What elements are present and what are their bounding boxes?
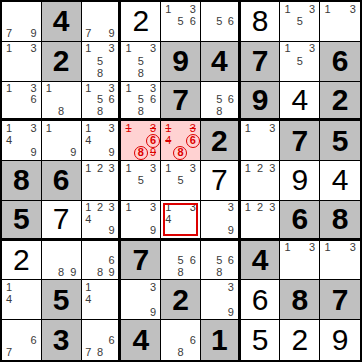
candidate-6: 6 <box>228 255 234 266</box>
pencil-slot-5: 5 <box>135 174 147 186</box>
pencil-slot-6: 6 <box>106 334 118 347</box>
candidate-5: 5 <box>177 255 183 266</box>
pencil-slot-3: 3 <box>147 162 159 174</box>
cell-r6c4[interactable]: 139 <box>121 201 161 241</box>
pencil-slot-7 <box>43 106 55 118</box>
candidate-1: 1 <box>324 242 330 253</box>
candidate-2: 2 <box>97 202 103 213</box>
pencil-slot-3 <box>106 242 118 254</box>
pencil-slot-1 <box>43 242 55 254</box>
pencil-slot-2 <box>15 122 27 134</box>
candidate-4: 4 <box>6 294 12 305</box>
pencil-slot-7 <box>242 147 254 159</box>
pencil-slot-2 <box>94 122 106 134</box>
cell-r2c6[interactable]: 4 <box>201 42 241 82</box>
pencil-slot-7 <box>321 266 334 278</box>
pencil-slot-8 <box>174 187 186 199</box>
cell-r4c9[interactable]: 5 <box>320 121 360 161</box>
pencil-slot-8 <box>294 266 306 278</box>
pencil-slot-9 <box>28 67 40 79</box>
pencil-slot-6 <box>28 135 40 147</box>
cell-r5c1[interactable]: 8 <box>2 161 42 201</box>
pencil-slot-4 <box>202 294 214 306</box>
pencil-slot-9 <box>187 28 199 40</box>
cell-r7c2[interactable]: 89 <box>42 241 82 281</box>
candidate-9: 9 <box>108 267 114 278</box>
candidate-8: 8 <box>177 267 183 278</box>
candidate-9: 9 <box>31 28 37 39</box>
pencil-slot-8: 8 <box>174 147 186 159</box>
cell-r1c3[interactable]: 79 <box>82 2 122 42</box>
cell-r7c7[interactable]: 4 <box>241 241 281 281</box>
pencil-slot-9 <box>225 106 237 118</box>
pencil-slot-3: 3 <box>106 83 118 95</box>
cell-r6c9[interactable]: 8 <box>320 201 360 241</box>
cell-r7c5[interactable]: 568 <box>161 241 201 281</box>
candidate-3: 3 <box>150 282 156 293</box>
pencil-slot-1 <box>83 3 95 15</box>
candidate-3: 3 <box>269 163 275 174</box>
pencil-slot-1: 1 <box>321 3 334 15</box>
candidate-5: 5 <box>216 94 222 105</box>
pencil-slot-4 <box>162 254 174 266</box>
pencil-slot-2 <box>174 242 186 254</box>
cell-r1c6[interactable]: 56 <box>201 2 241 42</box>
cell-r9c4[interactable]: 4 <box>121 320 161 360</box>
pencil-slot-7 <box>3 67 15 79</box>
pencil-slot-9 <box>28 106 40 118</box>
candidate-8: 8 <box>97 347 103 358</box>
pencil-marks: 18 <box>43 83 80 118</box>
candidate-1: 1 <box>46 123 52 134</box>
pencil-slot-8 <box>135 306 147 318</box>
candidate-8: 8 <box>138 68 144 79</box>
pencil-marks: 13 <box>321 3 359 40</box>
pencil-slot-9 <box>28 346 40 359</box>
candidate-3: 3 <box>269 202 275 213</box>
pencil-slot-8 <box>55 147 67 159</box>
pencil-slot-1: 1 <box>83 202 95 214</box>
pencil-slot-1 <box>3 321 15 334</box>
pencil-slot-7 <box>3 106 15 118</box>
pencil-slot-7 <box>43 147 55 159</box>
pencil-marks: 13 <box>281 242 318 279</box>
pencil-slot-9: 9 <box>28 28 40 40</box>
pencil-slot-5: 5 <box>213 94 225 106</box>
pencil-slot-8 <box>334 28 347 40</box>
pencil-slot-5: 5 <box>174 174 186 186</box>
pencil-slot-6 <box>106 135 118 147</box>
pencil-slot-4 <box>202 213 214 225</box>
pencil-slot-8 <box>15 67 27 79</box>
pencil-slot-5 <box>94 334 106 347</box>
pencil-slot-4: 4 <box>83 135 95 147</box>
pencil-slot-9: 9 <box>106 28 118 40</box>
given-digit: 7 <box>291 126 308 156</box>
given-digit: 4 <box>252 245 269 275</box>
pencil-slot-1: 1 <box>3 43 15 55</box>
cell-r4c3[interactable]: 1349 <box>82 121 122 161</box>
pencil-slot-1: 1 <box>242 122 254 134</box>
cell-r3c4[interactable]: 13568 <box>121 82 161 122</box>
candidate-1: 1 <box>85 282 91 293</box>
pencil-slot-6 <box>346 254 359 266</box>
pencil-slot-7 <box>281 266 293 278</box>
cell-r4c2[interactable]: 19 <box>42 121 82 161</box>
cell-r9c8[interactable]: 2 <box>280 320 320 360</box>
cell-r4c8[interactable]: 7 <box>280 121 320 161</box>
pencil-marks: 689 <box>83 242 118 279</box>
cell-r9c3[interactable]: 678 <box>82 320 122 360</box>
pencil-slot-1 <box>202 3 214 15</box>
cell-r1c1[interactable]: 79 <box>2 2 42 42</box>
cell-r9c9[interactable]: 9 <box>320 320 360 360</box>
pencil-slot-2 <box>213 3 225 15</box>
cell-r8c2[interactable]: 5 <box>42 280 82 320</box>
pencil-marks: 39 <box>202 281 237 318</box>
candidate-1: 1 <box>165 4 171 15</box>
pencil-slot-3 <box>28 281 40 293</box>
pencil-slot-6 <box>266 174 278 186</box>
candidate-9: 9 <box>228 307 234 318</box>
cell-r5c9[interactable]: 4 <box>320 161 360 201</box>
cell-r4c1[interactable]: 1349 <box>2 121 42 161</box>
cell-r3c2[interactable]: 18 <box>42 82 82 122</box>
cell-r8c4[interactable]: 39 <box>121 280 161 320</box>
solved-digit: 2 <box>132 6 149 36</box>
cell-r1c4[interactable]: 2 <box>121 2 161 42</box>
pencil-slot-8 <box>94 187 106 199</box>
cell-r3c5[interactable]: 7 <box>161 82 201 122</box>
pencil-slot-9: 9 <box>147 306 159 318</box>
pencil-slot-9 <box>67 106 79 118</box>
cell-r3c3[interactable]: 13568 <box>82 82 122 122</box>
candidate-9: 9 <box>150 307 156 318</box>
pencil-slot-1: 1 <box>83 83 95 95</box>
cell-r2c3[interactable]: 1358 <box>82 42 122 82</box>
pencil-slot-4 <box>321 254 334 266</box>
cell-r2c2[interactable]: 2 <box>42 42 82 82</box>
cell-r6c2[interactable]: 7 <box>42 201 82 241</box>
cell-r5c4[interactable]: 135 <box>121 161 161 201</box>
pencil-slot-1: 1 <box>83 281 95 293</box>
pencil-slot-5 <box>94 174 106 186</box>
pencil-marks: 568 <box>202 83 237 118</box>
pencil-marks: 139 <box>122 202 159 237</box>
pencil-slot-1: 1 <box>83 43 95 55</box>
pencil-slot-8: 8 <box>94 346 106 359</box>
pencil-slot-9 <box>266 225 278 237</box>
cell-r4c6[interactable]: 2 <box>201 121 241 161</box>
cell-r2c9[interactable]: 6 <box>320 42 360 82</box>
pencil-slot-2 <box>135 162 147 174</box>
pencil-marks: 135 <box>122 162 159 199</box>
candidate-4: 4 <box>165 135 171 146</box>
cell-r3c1[interactable]: 136 <box>2 82 42 122</box>
pencil-slot-8 <box>294 28 306 40</box>
pencil-slot-1 <box>162 242 174 254</box>
candidate-9: 9 <box>228 225 234 236</box>
pencil-slot-9 <box>106 67 118 79</box>
pencil-slot-3 <box>225 3 237 15</box>
cell-r6c1[interactable]: 5 <box>2 201 42 241</box>
pencil-slot-4 <box>43 94 55 106</box>
pencil-slot-4 <box>83 334 95 347</box>
pencil-slot-3 <box>28 3 40 15</box>
cell-r2c1[interactable]: 13 <box>2 42 42 82</box>
candidate-9: 9 <box>70 267 76 278</box>
given-digit: 1 <box>211 325 228 355</box>
given-digit: 2 <box>53 46 70 76</box>
pencil-slot-9: 9 <box>67 266 79 278</box>
cell-r2c7[interactable]: 7 <box>241 42 281 82</box>
cell-r8c3[interactable]: 14 <box>82 280 122 320</box>
cell-r9c5[interactable]: 68 <box>161 320 201 360</box>
pencil-slot-6 <box>67 94 79 106</box>
cell-r8c5[interactable]: 2 <box>161 280 201 320</box>
candidate-5: 5 <box>97 56 103 67</box>
cell-r9c2[interactable]: 3 <box>42 320 82 360</box>
cell-r1c9[interactable]: 13 <box>320 2 360 42</box>
given-digit: 4 <box>132 325 149 355</box>
pencil-slot-1: 1 <box>122 122 134 134</box>
pencil-slot-3: 3 <box>28 83 40 95</box>
candidate-6: 6 <box>228 16 234 27</box>
pencil-slot-5 <box>55 94 67 106</box>
pencil-slot-5: 5 <box>294 55 306 67</box>
pencil-slot-2 <box>135 83 147 95</box>
pencil-slot-9: 9 <box>147 225 159 237</box>
cell-r5c6[interactable]: 7 <box>201 161 241 201</box>
cell-r6c8[interactable]: 6 <box>280 201 320 241</box>
pencil-slot-2: 2 <box>254 202 266 214</box>
cell-r1c2[interactable]: 4 <box>42 2 82 42</box>
pencil-slot-8 <box>174 225 186 237</box>
candidate-1: 1 <box>125 123 131 134</box>
pencil-slot-4 <box>83 254 95 266</box>
pencil-slot-9: 9 <box>28 147 40 159</box>
cell-r6c3[interactable]: 12349 <box>82 201 122 241</box>
candidate-6: 6 <box>190 16 196 27</box>
cell-r8c1[interactable]: 14 <box>2 280 42 320</box>
pencil-slot-7 <box>202 106 214 118</box>
candidate-1: 1 <box>285 43 291 54</box>
pencil-slot-2 <box>213 202 225 214</box>
cell-r3c9[interactable]: 2 <box>320 82 360 122</box>
pencil-slot-4: 4 <box>162 135 174 147</box>
pencil-slot-9 <box>106 187 118 199</box>
pencil-slot-2 <box>55 83 67 95</box>
pencil-slot-7 <box>83 306 95 318</box>
pencil-slot-2 <box>213 83 225 95</box>
pencil-slot-4 <box>83 55 95 67</box>
pencil-slot-9 <box>187 187 199 199</box>
candidate-5: 5 <box>138 175 144 186</box>
pencil-slot-5 <box>94 294 106 306</box>
given-digit: 6 <box>291 204 308 234</box>
pencil-marks: 14 <box>3 281 40 318</box>
cell-r7c4[interactable]: 7 <box>121 241 161 281</box>
pencil-slot-3: 3 <box>306 242 318 254</box>
pencil-marks: 14 <box>83 281 118 318</box>
cell-r9c1[interactable]: 67 <box>2 320 42 360</box>
cell-r3c8[interactable]: 4 <box>280 82 320 122</box>
candidate-4: 4 <box>85 135 91 146</box>
candidate-3: 3 <box>228 282 234 293</box>
pencil-slot-6 <box>28 15 40 27</box>
pencil-slot-2 <box>294 242 306 254</box>
pencil-slot-5: 5 <box>135 55 147 67</box>
cell-r7c3[interactable]: 689 <box>82 241 122 281</box>
candidate-1: 1 <box>125 202 131 213</box>
pencil-slot-6 <box>67 135 79 147</box>
pencil-slot-9 <box>106 306 118 318</box>
pencil-marks: 89 <box>43 242 80 279</box>
cell-r7c6[interactable]: 568 <box>201 241 241 281</box>
cell-r9c7[interactable]: 5 <box>241 320 281 360</box>
pencil-slot-2 <box>15 3 27 15</box>
cell-r5c2[interactable]: 6 <box>42 161 82 201</box>
cell-r5c3[interactable]: 123 <box>82 161 122 201</box>
pencil-slot-6: 6 <box>225 94 237 106</box>
cell-r8c7[interactable]: 6 <box>241 280 281 320</box>
pencil-marks: 68 <box>162 321 199 359</box>
cell-r1c5[interactable]: 1356 <box>161 2 201 42</box>
cell-r2c4[interactable]: 1358 <box>121 42 161 82</box>
cell-r6c6[interactable]: 39 <box>201 201 241 241</box>
pencil-slot-6: 6 <box>187 15 199 27</box>
candidate-5: 5 <box>177 175 183 186</box>
pencil-slot-5 <box>135 294 147 306</box>
pencil-slot-8: 8 <box>55 266 67 278</box>
candidate-5: 5 <box>297 16 303 27</box>
pencil-slot-7 <box>122 306 134 318</box>
pencil-slot-4 <box>321 15 334 27</box>
pencil-marks: 13 <box>242 122 279 159</box>
candidate-1: 1 <box>85 83 91 94</box>
given-digit: 7 <box>252 46 269 76</box>
pencil-slot-2: 2 <box>254 162 266 174</box>
cell-r9c6[interactable]: 1 <box>201 320 241 360</box>
pencil-slot-2 <box>94 321 106 334</box>
pencil-marks: 79 <box>3 3 40 40</box>
pencil-slot-8: 8 <box>135 67 147 79</box>
pencil-slot-8 <box>254 225 266 237</box>
cell-r2c5[interactable]: 9 <box>161 42 201 82</box>
pencil-slot-3: 3 <box>147 83 159 95</box>
candidate-8: 8 <box>58 106 64 117</box>
cell-r8c9[interactable]: 7 <box>320 280 360 320</box>
pencil-slot-4 <box>242 213 254 225</box>
cell-r8c8[interactable]: 8 <box>280 280 320 320</box>
pencil-slot-5 <box>55 135 67 147</box>
cell-r7c8[interactable]: 13 <box>280 241 320 281</box>
pencil-slot-2 <box>294 43 306 55</box>
candidate-1: 1 <box>6 123 12 134</box>
pencil-slot-8 <box>294 67 306 79</box>
cell-r5c5[interactable]: 135 <box>161 161 201 201</box>
cell-r2c8[interactable]: 135 <box>280 42 320 82</box>
pencil-slot-5 <box>15 55 27 67</box>
candidate-9: 9 <box>150 225 156 236</box>
cell-r4c7[interactable]: 13 <box>241 121 281 161</box>
pencil-slot-5: 5 <box>135 94 147 106</box>
cell-r3c6[interactable]: 568 <box>201 82 241 122</box>
cell-r5c8[interactable]: 9 <box>280 161 320 201</box>
cell-r4c5[interactable]: 13468 <box>161 121 201 161</box>
pencil-slot-5 <box>254 213 266 225</box>
pencil-slot-9: 9 <box>106 225 118 237</box>
pencil-slot-7 <box>3 147 15 159</box>
pencil-marks: 1349 <box>3 122 40 159</box>
pencil-slot-1: 1 <box>83 122 95 134</box>
pencil-slot-1 <box>83 242 95 254</box>
pencil-slot-9: 9 <box>67 147 79 159</box>
pencil-slot-7 <box>83 266 95 278</box>
pencil-slot-5: 5 <box>174 15 186 27</box>
candidate-3: 3 <box>150 83 156 94</box>
candidate-1: 1 <box>165 202 171 213</box>
candidate-3: 3 <box>108 43 114 54</box>
pencil-slot-9 <box>147 67 159 79</box>
pencil-slot-7 <box>122 225 134 237</box>
pencil-slot-3: 3 <box>266 122 278 134</box>
pencil-slot-3 <box>67 242 79 254</box>
candidate-6: 6 <box>190 255 196 266</box>
cell-r4c4[interactable]: 13689 <box>121 121 161 161</box>
pencil-slot-8 <box>94 225 106 237</box>
cell-r8c6[interactable]: 39 <box>201 280 241 320</box>
candidate-4: 4 <box>6 135 12 146</box>
pencil-slot-4 <box>242 174 254 186</box>
pencil-slot-5 <box>254 174 266 186</box>
cell-r7c9[interactable]: 13 <box>320 241 360 281</box>
pencil-slot-1: 1 <box>83 162 95 174</box>
pencil-slot-2 <box>174 202 186 214</box>
pencil-slot-6 <box>67 254 79 266</box>
pencil-slot-4: 4 <box>83 294 95 306</box>
cell-r1c8[interactable]: 135 <box>280 2 320 42</box>
pencil-slot-4 <box>202 15 214 27</box>
pencil-marks: 19 <box>43 122 80 159</box>
candidate-5: 5 <box>138 56 144 67</box>
pencil-slot-9 <box>225 266 237 278</box>
pencil-slot-3 <box>225 242 237 254</box>
pencil-slot-6 <box>106 174 118 186</box>
cell-r3c7[interactable]: 9 <box>241 82 281 122</box>
pencil-slot-8 <box>94 306 106 318</box>
candidate-1: 1 <box>285 4 291 15</box>
pencil-slot-9: 9 <box>106 266 118 278</box>
pencil-marks: 678 <box>83 321 118 359</box>
cell-r6c5[interactable]: 134 <box>161 201 201 241</box>
pencil-marks: 12349 <box>83 202 118 237</box>
pencil-slot-2 <box>334 3 347 15</box>
pencil-slot-6 <box>306 55 318 67</box>
pencil-slot-1: 1 <box>281 3 293 15</box>
pencil-slot-1: 1 <box>281 242 293 254</box>
cell-r5c7[interactable]: 123 <box>241 161 281 201</box>
pencil-slot-3: 3 <box>225 281 237 293</box>
given-digit: 5 <box>13 204 30 234</box>
cell-r7c1[interactable]: 2 <box>2 241 42 281</box>
pencil-marks: 568 <box>202 242 237 279</box>
pencil-marks: 13 <box>3 43 40 80</box>
pencil-slot-8: 8 <box>213 266 225 278</box>
solved-digit: 2 <box>13 245 30 275</box>
cell-r1c7[interactable]: 8 <box>241 2 281 42</box>
cell-r6c7[interactable]: 123 <box>241 201 281 241</box>
